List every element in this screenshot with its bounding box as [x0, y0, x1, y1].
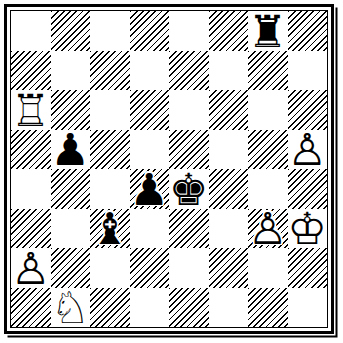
square-e7[interactable] [169, 51, 209, 91]
square-g3[interactable]: ♟♙ [248, 209, 288, 249]
square-f8[interactable] [209, 11, 249, 51]
white-king[interactable]: ♚♔ [288, 209, 328, 249]
square-e1[interactable] [169, 288, 209, 328]
square-f3[interactable] [209, 209, 249, 249]
square-d6[interactable] [130, 90, 170, 130]
square-b5[interactable]: ♟ [51, 130, 91, 170]
square-a4[interactable] [11, 169, 51, 209]
piece-glyph: ♔ [288, 207, 327, 251]
square-c7[interactable] [90, 51, 130, 91]
square-e4[interactable]: ♚ [169, 169, 209, 209]
piece-glyph: ♟ [130, 167, 169, 211]
square-h3[interactable]: ♚♔ [288, 209, 328, 249]
black-pawn[interactable]: ♟ [130, 169, 170, 209]
square-d4[interactable]: ♟ [130, 169, 170, 209]
square-d3[interactable] [130, 209, 170, 249]
square-a2[interactable]: ♟♙ [11, 248, 51, 288]
square-b4[interactable] [51, 169, 91, 209]
white-rook[interactable]: ♜♖ [11, 90, 51, 130]
square-f7[interactable] [209, 51, 249, 91]
square-e8[interactable] [169, 11, 209, 51]
square-a1[interactable] [11, 288, 51, 328]
piece-glyph: ♚ [169, 167, 208, 211]
square-g2[interactable] [248, 248, 288, 288]
white-pawn[interactable]: ♟♙ [11, 248, 51, 288]
square-b1[interactable]: ♞♘ [51, 288, 91, 328]
chess-board: ♜♜♖♟♟♙♟♚♝♟♙♚♔♟♙♞♘ [10, 10, 328, 328]
white-pawn[interactable]: ♟♙ [248, 209, 288, 249]
square-f1[interactable] [209, 288, 249, 328]
square-h8[interactable] [288, 11, 328, 51]
white-pawn[interactable]: ♟♙ [288, 130, 328, 170]
square-f2[interactable] [209, 248, 249, 288]
piece-glyph: ♝ [90, 207, 129, 251]
white-knight[interactable]: ♞♘ [51, 288, 91, 328]
square-e2[interactable] [169, 248, 209, 288]
square-e6[interactable] [169, 90, 209, 130]
square-f5[interactable] [209, 130, 249, 170]
square-g8[interactable]: ♜ [248, 11, 288, 51]
square-f6[interactable] [209, 90, 249, 130]
square-c6[interactable] [90, 90, 130, 130]
square-b7[interactable] [51, 51, 91, 91]
square-e3[interactable] [169, 209, 209, 249]
square-h7[interactable] [288, 51, 328, 91]
piece-glyph: ♟ [51, 128, 90, 172]
square-b3[interactable] [51, 209, 91, 249]
square-g5[interactable] [248, 130, 288, 170]
piece-glyph: ♖ [11, 88, 50, 132]
square-d2[interactable] [130, 248, 170, 288]
square-c5[interactable] [90, 130, 130, 170]
square-b8[interactable] [51, 11, 91, 51]
square-c2[interactable] [90, 248, 130, 288]
square-g7[interactable] [248, 51, 288, 91]
black-bishop[interactable]: ♝ [90, 209, 130, 249]
square-c1[interactable] [90, 288, 130, 328]
piece-glyph: ♜ [248, 9, 287, 53]
piece-glyph: ♙ [288, 128, 327, 172]
square-g6[interactable] [248, 90, 288, 130]
square-d1[interactable] [130, 288, 170, 328]
square-c3[interactable]: ♝ [90, 209, 130, 249]
square-a6[interactable]: ♜♖ [11, 90, 51, 130]
square-g1[interactable] [248, 288, 288, 328]
square-f4[interactable] [209, 169, 249, 209]
square-c8[interactable] [90, 11, 130, 51]
square-h5[interactable]: ♟♙ [288, 130, 328, 170]
black-rook[interactable]: ♜ [248, 11, 288, 51]
square-h2[interactable] [288, 248, 328, 288]
chess-diagram: ♜♜♖♟♟♙♟♚♝♟♙♚♔♟♙♞♘ [4, 4, 334, 334]
black-pawn[interactable]: ♟ [51, 130, 91, 170]
square-a8[interactable] [11, 11, 51, 51]
piece-glyph: ♙ [11, 246, 50, 290]
square-a5[interactable] [11, 130, 51, 170]
square-h1[interactable] [288, 288, 328, 328]
square-d8[interactable] [130, 11, 170, 51]
board-frame: ♜♜♖♟♟♙♟♚♝♟♙♚♔♟♙♞♘ [4, 4, 334, 334]
piece-glyph: ♙ [248, 207, 287, 251]
square-d7[interactable] [130, 51, 170, 91]
black-king[interactable]: ♚ [169, 169, 209, 209]
piece-glyph: ♘ [51, 286, 90, 330]
